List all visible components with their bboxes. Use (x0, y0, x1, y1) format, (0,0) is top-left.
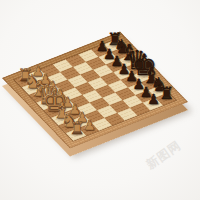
white-pawn: ♟ (83, 118, 96, 132)
square-h1: ♜ (66, 128, 86, 141)
chess-board: ♜♟♟♜♞♟♟♞♝♟♟♝♛♟♟♛♚♟♟♚♝♟♟♝♞♟♟♞♜♟♟♜ (2, 32, 188, 149)
board-grid: ♜♟♟♜♞♟♟♞♝♟♟♝♛♟♟♛♚♟♟♚♝♟♟♝♞♟♟♞♜♟♟♜ (14, 39, 175, 140)
watermark-text: 新图网 (143, 137, 185, 173)
black-pawn: ♟ (147, 93, 160, 107)
black-rook: ♜ (158, 85, 173, 102)
chess-photo-scene: 新图网 ♜♟♟♜♞♟♟♞♝♟♟♝♛♟♟♛♚♟♟♚♝♟♟♝♞♟♟♞♜♟♟♜ (0, 0, 200, 200)
white-rook: ♜ (69, 120, 84, 137)
